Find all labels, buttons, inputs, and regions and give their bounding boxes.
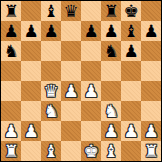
square-g5[interactable] — [121, 61, 141, 81]
square-a1[interactable]: ♜ — [1, 141, 21, 161]
square-h1[interactable]: ♜ — [141, 141, 161, 161]
piece-white-king[interactable]: ♚ — [83, 141, 98, 161]
square-a4[interactable] — [1, 81, 21, 101]
square-c7[interactable]: ♟ — [41, 21, 61, 41]
square-a7[interactable]: ♟ — [1, 21, 21, 41]
piece-black-pawn[interactable]: ♟ — [103, 21, 118, 41]
piece-black-knight[interactable]: ♞ — [3, 41, 18, 61]
square-b4[interactable] — [21, 81, 41, 101]
square-g8[interactable]: ♚ — [121, 1, 141, 21]
square-e4[interactable]: ♟ — [81, 81, 101, 101]
piece-black-pawn[interactable]: ♟ — [83, 21, 98, 41]
square-f4[interactable] — [101, 81, 121, 101]
piece-white-pawn[interactable]: ♟ — [143, 121, 158, 141]
square-e2[interactable] — [81, 121, 101, 141]
piece-white-queen[interactable]: ♛ — [43, 81, 58, 101]
piece-black-pawn[interactable]: ♟ — [3, 21, 18, 41]
piece-white-pawn[interactable]: ♟ — [123, 121, 138, 141]
square-a2[interactable]: ♟ — [1, 121, 21, 141]
square-f2[interactable]: ♟ — [101, 121, 121, 141]
square-b1[interactable] — [21, 141, 41, 161]
square-h2[interactable]: ♟ — [141, 121, 161, 141]
piece-black-pawn[interactable]: ♟ — [43, 21, 58, 41]
square-h5[interactable] — [141, 61, 161, 81]
square-c3[interactable]: ♞ — [41, 101, 61, 121]
square-c6[interactable] — [41, 41, 61, 61]
square-d2[interactable] — [61, 121, 81, 141]
piece-white-rook[interactable]: ♜ — [143, 141, 158, 161]
square-c5[interactable] — [41, 61, 61, 81]
square-d6[interactable] — [61, 41, 81, 61]
piece-black-pawn[interactable]: ♟ — [23, 21, 38, 41]
square-d4[interactable]: ♟ — [61, 81, 81, 101]
square-f7[interactable]: ♟ — [101, 21, 121, 41]
piece-black-knight[interactable]: ♞ — [103, 41, 118, 61]
piece-black-bishop[interactable]: ♝ — [123, 21, 138, 41]
square-c1[interactable]: ♝ — [41, 141, 61, 161]
piece-white-pawn[interactable]: ♟ — [23, 121, 38, 141]
square-b7[interactable]: ♟ — [21, 21, 41, 41]
square-g1[interactable] — [121, 141, 141, 161]
square-e7[interactable]: ♟ — [81, 21, 101, 41]
piece-white-bishop[interactable]: ♝ — [103, 141, 118, 161]
square-b8[interactable] — [21, 1, 41, 21]
piece-black-rook[interactable]: ♜ — [103, 1, 118, 21]
piece-white-pawn[interactable]: ♟ — [3, 121, 18, 141]
square-d5[interactable] — [61, 61, 81, 81]
square-c2[interactable] — [41, 121, 61, 141]
square-e1[interactable]: ♚ — [81, 141, 101, 161]
square-b2[interactable]: ♟ — [21, 121, 41, 141]
chess-board: ♜♝♛♜♚♟♟♟♟♟♝♟♞♞♟♛♟♟♞♞♟♟♟♟♟♜♝♚♝♜ — [0, 0, 162, 162]
square-d3[interactable] — [61, 101, 81, 121]
square-b5[interactable] — [21, 61, 41, 81]
square-e5[interactable] — [81, 61, 101, 81]
square-g3[interactable] — [121, 101, 141, 121]
square-h3[interactable] — [141, 101, 161, 121]
square-g6[interactable]: ♟ — [121, 41, 141, 61]
square-h6[interactable] — [141, 41, 161, 61]
piece-black-bishop[interactable]: ♝ — [43, 1, 58, 21]
square-e8[interactable] — [81, 1, 101, 21]
square-d1[interactable] — [61, 141, 81, 161]
square-d7[interactable] — [61, 21, 81, 41]
piece-white-bishop[interactable]: ♝ — [43, 141, 58, 161]
piece-white-knight[interactable]: ♞ — [103, 101, 118, 121]
square-h7[interactable]: ♟ — [141, 21, 161, 41]
square-f5[interactable] — [101, 61, 121, 81]
piece-black-king[interactable]: ♚ — [123, 1, 138, 21]
square-b3[interactable] — [21, 101, 41, 121]
piece-black-rook[interactable]: ♜ — [3, 1, 18, 21]
square-a3[interactable] — [1, 101, 21, 121]
piece-black-pawn[interactable]: ♟ — [123, 41, 138, 61]
square-a6[interactable]: ♞ — [1, 41, 21, 61]
square-e3[interactable] — [81, 101, 101, 121]
square-h4[interactable] — [141, 81, 161, 101]
square-b6[interactable] — [21, 41, 41, 61]
piece-white-knight[interactable]: ♞ — [43, 101, 58, 121]
square-f3[interactable]: ♞ — [101, 101, 121, 121]
piece-white-rook[interactable]: ♜ — [3, 141, 18, 161]
square-h8[interactable] — [141, 1, 161, 21]
piece-white-pawn[interactable]: ♟ — [103, 121, 118, 141]
square-c8[interactable]: ♝ — [41, 1, 61, 21]
piece-black-pawn[interactable]: ♟ — [143, 21, 158, 41]
square-g2[interactable]: ♟ — [121, 121, 141, 141]
piece-black-queen[interactable]: ♛ — [63, 1, 78, 21]
piece-white-pawn[interactable]: ♟ — [83, 81, 98, 101]
square-a5[interactable] — [1, 61, 21, 81]
square-c4[interactable]: ♛ — [41, 81, 61, 101]
square-g4[interactable] — [121, 81, 141, 101]
square-g7[interactable]: ♝ — [121, 21, 141, 41]
square-f6[interactable]: ♞ — [101, 41, 121, 61]
square-e6[interactable] — [81, 41, 101, 61]
piece-white-pawn[interactable]: ♟ — [63, 81, 78, 101]
square-a8[interactable]: ♜ — [1, 1, 21, 21]
square-d8[interactable]: ♛ — [61, 1, 81, 21]
square-f1[interactable]: ♝ — [101, 141, 121, 161]
square-f8[interactable]: ♜ — [101, 1, 121, 21]
